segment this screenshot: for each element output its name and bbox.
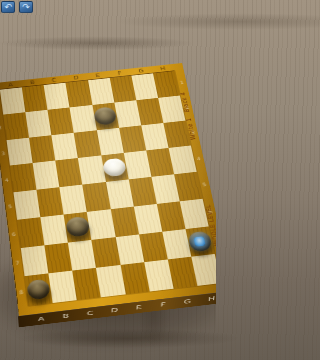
board-square-r6c7[interactable]: [185, 226, 214, 257]
black-piece[interactable]: [93, 107, 117, 126]
board-surface: ABCDEFGH 12345678 12345678 White 1 Black…: [0, 63, 216, 316]
board-square-r4c3[interactable]: [83, 182, 111, 212]
board-square-r6c5[interactable]: [139, 231, 168, 262]
piece-position: [92, 102, 119, 129]
piece-position: [64, 212, 92, 243]
redo-icon: ↷: [22, 2, 30, 12]
black-piece[interactable]: [187, 231, 213, 252]
selection-marker: [194, 236, 206, 246]
toolbar: ↶ ↷: [1, 1, 33, 13]
board-square-r4c0[interactable]: [13, 190, 40, 220]
board-square-r7c1[interactable]: [49, 271, 77, 303]
board-square-r5c0[interactable]: [17, 217, 44, 248]
board-square-r6c0[interactable]: [21, 245, 49, 276]
board-square-r4c2[interactable]: [60, 185, 87, 215]
board-square-r4c4[interactable]: [106, 179, 134, 209]
black-piece[interactable]: [26, 279, 51, 301]
board-square-r7c5[interactable]: [144, 260, 173, 292]
board-square-r5c2[interactable]: [64, 212, 92, 243]
undo-button[interactable]: ↶: [1, 1, 15, 13]
board-square-r5c1[interactable]: [40, 214, 68, 245]
board-square-r5c3[interactable]: [87, 209, 115, 239]
piece-position: [25, 274, 53, 306]
level-label: MIDDLE LEVEL: [198, 175, 216, 277]
board: ABCDEFGH 12345678 12345678 White 1 Black…: [0, 63, 216, 316]
undo-icon: ↶: [4, 2, 12, 12]
board-square-r7c2[interactable]: [72, 268, 101, 300]
rank-label: 8: [215, 253, 216, 283]
board-square-r5c5[interactable]: [133, 204, 162, 234]
board-square-r6c4[interactable]: [115, 234, 144, 265]
board-square-r5c7[interactable]: [180, 199, 209, 229]
board-square-r7c0[interactable]: [25, 274, 53, 306]
board-square-r7c3[interactable]: [96, 265, 125, 297]
board-square-r4c1[interactable]: [37, 187, 64, 217]
rank-label: 7: [209, 225, 216, 254]
board-square-r7c4[interactable]: [120, 262, 149, 294]
board-square-r6c3[interactable]: [92, 237, 121, 268]
redo-button[interactable]: ↷: [19, 1, 33, 13]
board-square-r7c7[interactable]: [191, 254, 216, 286]
board-square-r5c6[interactable]: [157, 201, 186, 231]
black-piece[interactable]: [65, 216, 90, 237]
piece-position: [101, 153, 129, 182]
board-square-r5c4[interactable]: [110, 206, 138, 236]
piece-position: [185, 226, 214, 257]
game-scene: ABCDEFGH 12345678 12345678 White 1 Black…: [0, 0, 216, 360]
board-square-r7c6[interactable]: [168, 257, 198, 289]
board-square-r6c2[interactable]: [68, 239, 96, 270]
white-piece[interactable]: [102, 158, 127, 178]
file-label-front: H: [199, 292, 216, 306]
board-square-r6c6[interactable]: [162, 229, 191, 260]
board-square-r6c1[interactable]: [44, 242, 72, 273]
